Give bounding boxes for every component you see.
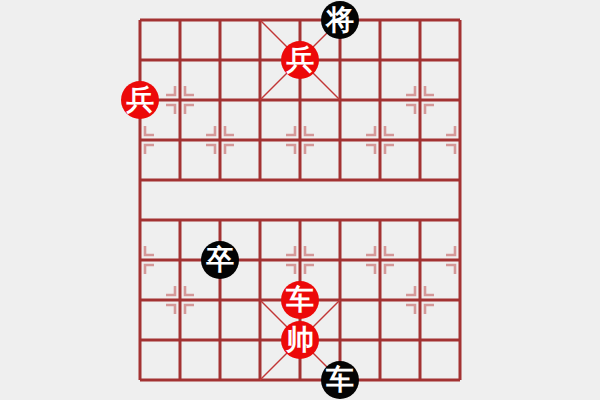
piece-red-chariot[interactable]: 车 <box>281 281 319 319</box>
xiangqi-board: 将兵兵卒车帅车 <box>0 0 600 400</box>
piece-red-general[interactable]: 帅 <box>281 321 319 359</box>
piece-red-soldier-1[interactable]: 兵 <box>281 41 319 79</box>
pieces-layer: 将兵兵卒车帅车 <box>120 0 480 400</box>
piece-red-soldier-2[interactable]: 兵 <box>121 81 159 119</box>
piece-black-soldier[interactable]: 卒 <box>201 241 239 279</box>
piece-black-general[interactable]: 将 <box>321 1 359 39</box>
piece-black-chariot[interactable]: 车 <box>321 361 359 399</box>
